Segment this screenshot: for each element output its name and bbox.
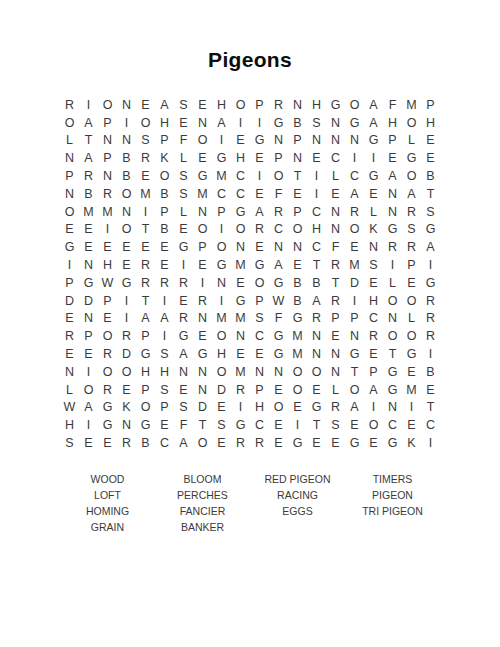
grid-cell[interactable]: N bbox=[98, 167, 117, 185]
grid-cell[interactable]: L bbox=[402, 310, 421, 328]
grid-cell[interactable]: N bbox=[193, 114, 212, 132]
grid-cell[interactable]: R bbox=[269, 96, 288, 114]
grid-cell[interactable]: N bbox=[269, 363, 288, 381]
grid-cell[interactable]: E bbox=[79, 345, 98, 363]
grid-cell[interactable]: N bbox=[193, 381, 212, 399]
grid-cell[interactable]: N bbox=[117, 416, 136, 434]
grid-cell[interactable]: O bbox=[155, 167, 174, 185]
grid-cell[interactable]: E bbox=[383, 149, 402, 167]
grid-cell[interactable]: R bbox=[117, 327, 136, 345]
grid-cell[interactable]: O bbox=[193, 221, 212, 239]
grid-cell[interactable]: B bbox=[155, 221, 174, 239]
grid-cell[interactable]: B bbox=[288, 274, 307, 292]
grid-cell[interactable]: I bbox=[174, 256, 193, 274]
grid-cell[interactable]: C bbox=[212, 185, 231, 203]
grid-cell[interactable]: P bbox=[288, 132, 307, 150]
grid-cell[interactable]: P bbox=[326, 310, 345, 328]
grid-cell[interactable]: P bbox=[383, 132, 402, 150]
grid-cell[interactable]: I bbox=[231, 399, 250, 417]
grid-cell[interactable]: C bbox=[307, 203, 326, 221]
grid-cell[interactable]: E bbox=[326, 327, 345, 345]
grid-cell[interactable]: E bbox=[307, 434, 326, 452]
grid-cell[interactable]: E bbox=[269, 381, 288, 399]
grid-cell[interactable]: E bbox=[136, 96, 155, 114]
grid-cell[interactable]: I bbox=[136, 203, 155, 221]
grid-cell[interactable]: E bbox=[288, 185, 307, 203]
grid-cell[interactable]: M bbox=[193, 185, 212, 203]
grid-cell[interactable]: B bbox=[117, 149, 136, 167]
grid-cell[interactable]: R bbox=[402, 203, 421, 221]
grid-cell[interactable]: H bbox=[136, 363, 155, 381]
grid-cell[interactable]: C bbox=[326, 149, 345, 167]
grid-cell[interactable]: O bbox=[212, 327, 231, 345]
grid-cell[interactable]: L bbox=[383, 274, 402, 292]
grid-cell[interactable]: N bbox=[269, 238, 288, 256]
grid-cell[interactable]: E bbox=[269, 434, 288, 452]
grid-cell[interactable]: T bbox=[288, 167, 307, 185]
grid-cell[interactable]: O bbox=[345, 221, 364, 239]
grid-cell[interactable]: L bbox=[326, 167, 345, 185]
grid-cell[interactable]: B bbox=[307, 274, 326, 292]
grid-cell[interactable]: T bbox=[307, 416, 326, 434]
grid-cell[interactable]: S bbox=[307, 114, 326, 132]
grid-cell[interactable]: I bbox=[212, 292, 231, 310]
grid-cell[interactable]: A bbox=[364, 114, 383, 132]
grid-cell[interactable]: N bbox=[193, 203, 212, 221]
grid-cell[interactable]: E bbox=[155, 416, 174, 434]
grid-cell[interactable]: L bbox=[402, 132, 421, 150]
grid-cell[interactable]: E bbox=[421, 132, 440, 150]
grid-cell[interactable]: P bbox=[155, 399, 174, 417]
grid-cell[interactable]: C bbox=[364, 310, 383, 328]
grid-cell[interactable]: E bbox=[60, 221, 79, 239]
grid-cell[interactable]: N bbox=[60, 363, 79, 381]
grid-cell[interactable]: O bbox=[402, 292, 421, 310]
grid-cell[interactable]: S bbox=[60, 434, 79, 452]
grid-cell[interactable]: L bbox=[364, 203, 383, 221]
grid-cell[interactable]: P bbox=[288, 203, 307, 221]
grid-cell[interactable]: B bbox=[288, 114, 307, 132]
grid-cell[interactable]: E bbox=[79, 221, 98, 239]
grid-cell[interactable]: W bbox=[98, 274, 117, 292]
grid-cell[interactable]: F bbox=[174, 132, 193, 150]
grid-cell[interactable]: G bbox=[326, 96, 345, 114]
grid-cell[interactable]: N bbox=[98, 132, 117, 150]
grid-cell[interactable]: G bbox=[117, 274, 136, 292]
grid-cell[interactable]: T bbox=[136, 292, 155, 310]
grid-cell[interactable]: O bbox=[288, 381, 307, 399]
grid-cell[interactable]: O bbox=[117, 185, 136, 203]
grid-cell[interactable]: S bbox=[421, 203, 440, 221]
grid-cell[interactable]: T bbox=[383, 345, 402, 363]
grid-cell[interactable]: E bbox=[250, 149, 269, 167]
grid-cell[interactable]: E bbox=[364, 185, 383, 203]
grid-cell[interactable]: I bbox=[250, 114, 269, 132]
grid-cell[interactable]: G bbox=[421, 274, 440, 292]
grid-cell[interactable]: C bbox=[307, 238, 326, 256]
grid-cell[interactable]: N bbox=[117, 96, 136, 114]
grid-cell[interactable]: G bbox=[193, 345, 212, 363]
grid-cell[interactable]: E bbox=[250, 185, 269, 203]
grid-cell[interactable]: I bbox=[364, 399, 383, 417]
grid-cell[interactable]: H bbox=[250, 399, 269, 417]
grid-cell[interactable]: R bbox=[98, 185, 117, 203]
grid-cell[interactable]: E bbox=[174, 221, 193, 239]
grid-cell[interactable]: G bbox=[98, 416, 117, 434]
grid-cell[interactable]: P bbox=[98, 149, 117, 167]
grid-cell[interactable]: N bbox=[383, 399, 402, 417]
grid-cell[interactable]: G bbox=[345, 434, 364, 452]
grid-cell[interactable]: I bbox=[79, 96, 98, 114]
grid-cell[interactable]: E bbox=[174, 292, 193, 310]
grid-cell[interactable]: N bbox=[231, 238, 250, 256]
grid-cell[interactable]: H bbox=[98, 256, 117, 274]
grid-cell[interactable]: R bbox=[345, 203, 364, 221]
grid-cell[interactable]: E bbox=[250, 345, 269, 363]
grid-cell[interactable]: E bbox=[307, 381, 326, 399]
grid-cell[interactable]: O bbox=[402, 167, 421, 185]
grid-cell[interactable]: I bbox=[193, 274, 212, 292]
grid-cell[interactable]: R bbox=[307, 310, 326, 328]
grid-cell[interactable]: M bbox=[402, 381, 421, 399]
grid-cell[interactable]: A bbox=[269, 256, 288, 274]
grid-cell[interactable]: G bbox=[402, 149, 421, 167]
grid-cell[interactable]: C bbox=[155, 434, 174, 452]
grid-cell[interactable]: E bbox=[402, 274, 421, 292]
grid-cell[interactable]: O bbox=[136, 399, 155, 417]
grid-cell[interactable]: C bbox=[345, 167, 364, 185]
grid-cell[interactable]: G bbox=[60, 238, 79, 256]
grid-cell[interactable]: D bbox=[345, 274, 364, 292]
grid-cell[interactable]: T bbox=[421, 185, 440, 203]
grid-cell[interactable]: I bbox=[402, 399, 421, 417]
grid-cell[interactable]: G bbox=[231, 416, 250, 434]
grid-cell[interactable]: O bbox=[79, 381, 98, 399]
grid-cell[interactable]: G bbox=[345, 114, 364, 132]
grid-cell[interactable]: S bbox=[174, 167, 193, 185]
grid-cell[interactable]: L bbox=[60, 381, 79, 399]
grid-cell[interactable]: E bbox=[174, 114, 193, 132]
grid-cell[interactable]: R bbox=[79, 167, 98, 185]
grid-cell[interactable]: R bbox=[155, 274, 174, 292]
grid-cell[interactable]: N bbox=[307, 345, 326, 363]
grid-cell[interactable]: N bbox=[383, 185, 402, 203]
grid-cell[interactable]: E bbox=[402, 416, 421, 434]
grid-cell[interactable]: E bbox=[193, 327, 212, 345]
grid-cell[interactable]: T bbox=[79, 132, 98, 150]
grid-cell[interactable]: A bbox=[136, 310, 155, 328]
grid-cell[interactable]: G bbox=[231, 203, 250, 221]
grid-cell[interactable]: P bbox=[269, 149, 288, 167]
grid-cell[interactable]: G bbox=[364, 132, 383, 150]
grid-cell[interactable]: N bbox=[326, 345, 345, 363]
grid-cell[interactable]: A bbox=[174, 345, 193, 363]
grid-cell[interactable]: G bbox=[269, 327, 288, 345]
grid-cell[interactable]: E bbox=[402, 363, 421, 381]
grid-cell[interactable]: N bbox=[345, 327, 364, 345]
grid-cell[interactable]: E bbox=[98, 310, 117, 328]
grid-cell[interactable]: R bbox=[326, 399, 345, 417]
grid-cell[interactable]: I bbox=[79, 363, 98, 381]
grid-cell[interactable]: A bbox=[250, 203, 269, 221]
grid-cell[interactable]: A bbox=[212, 114, 231, 132]
grid-cell[interactable]: N bbox=[345, 132, 364, 150]
grid-cell[interactable]: A bbox=[345, 399, 364, 417]
grid-cell[interactable]: N bbox=[231, 327, 250, 345]
grid-cell[interactable]: P bbox=[421, 96, 440, 114]
grid-cell[interactable]: I bbox=[212, 221, 231, 239]
grid-cell[interactable]: E bbox=[193, 149, 212, 167]
grid-cell[interactable]: O bbox=[364, 416, 383, 434]
grid-cell[interactable]: O bbox=[402, 114, 421, 132]
grid-cell[interactable]: E bbox=[364, 434, 383, 452]
grid-cell[interactable]: H bbox=[212, 345, 231, 363]
grid-cell[interactable]: N bbox=[117, 203, 136, 221]
grid-cell[interactable]: C bbox=[250, 327, 269, 345]
grid-cell[interactable]: R bbox=[60, 327, 79, 345]
grid-cell[interactable]: E bbox=[269, 416, 288, 434]
grid-cell[interactable]: M bbox=[212, 167, 231, 185]
grid-cell[interactable]: C bbox=[269, 221, 288, 239]
grid-cell[interactable]: H bbox=[231, 149, 250, 167]
grid-cell[interactable]: E bbox=[288, 399, 307, 417]
grid-cell[interactable]: N bbox=[364, 238, 383, 256]
grid-cell[interactable]: I bbox=[421, 434, 440, 452]
grid-cell[interactable]: G bbox=[383, 221, 402, 239]
grid-cell[interactable]: F bbox=[269, 185, 288, 203]
grid-cell[interactable]: E bbox=[79, 434, 98, 452]
grid-cell[interactable]: A bbox=[421, 238, 440, 256]
grid-cell[interactable]: C bbox=[421, 416, 440, 434]
grid-cell[interactable]: A bbox=[79, 149, 98, 167]
grid-cell[interactable]: O bbox=[60, 203, 79, 221]
grid-cell[interactable]: G bbox=[307, 399, 326, 417]
grid-cell[interactable]: N bbox=[326, 132, 345, 150]
grid-cell[interactable]: O bbox=[383, 292, 402, 310]
grid-cell[interactable]: E bbox=[136, 238, 155, 256]
grid-cell[interactable]: R bbox=[326, 292, 345, 310]
grid-cell[interactable]: G bbox=[269, 345, 288, 363]
grid-cell[interactable]: F bbox=[326, 238, 345, 256]
grid-cell[interactable]: N bbox=[60, 149, 79, 167]
grid-cell[interactable]: M bbox=[402, 96, 421, 114]
grid-cell[interactable]: N bbox=[212, 274, 231, 292]
grid-cell[interactable]: C bbox=[250, 416, 269, 434]
grid-cell[interactable]: M bbox=[345, 256, 364, 274]
grid-cell[interactable]: K bbox=[155, 149, 174, 167]
grid-cell[interactable]: I bbox=[307, 167, 326, 185]
grid-cell[interactable]: G bbox=[136, 345, 155, 363]
grid-cell[interactable]: G bbox=[345, 345, 364, 363]
grid-cell[interactable]: E bbox=[174, 381, 193, 399]
grid-cell[interactable]: H bbox=[307, 221, 326, 239]
grid-cell[interactable]: E bbox=[364, 345, 383, 363]
grid-cell[interactable]: N bbox=[288, 96, 307, 114]
grid-cell[interactable]: G bbox=[269, 274, 288, 292]
grid-cell[interactable]: E bbox=[421, 149, 440, 167]
grid-cell[interactable]: L bbox=[174, 203, 193, 221]
grid-cell[interactable]: G bbox=[288, 310, 307, 328]
grid-cell[interactable]: G bbox=[174, 238, 193, 256]
grid-cell[interactable]: L bbox=[174, 149, 193, 167]
grid-cell[interactable]: G bbox=[174, 327, 193, 345]
grid-cell[interactable]: R bbox=[98, 345, 117, 363]
grid-cell[interactable]: P bbox=[60, 167, 79, 185]
grid-cell[interactable]: O bbox=[117, 363, 136, 381]
grid-cell[interactable]: G bbox=[383, 434, 402, 452]
grid-cell[interactable]: A bbox=[174, 434, 193, 452]
grid-cell[interactable]: R bbox=[117, 434, 136, 452]
grid-cell[interactable]: O bbox=[288, 221, 307, 239]
grid-cell[interactable]: I bbox=[79, 416, 98, 434]
grid-cell[interactable]: N bbox=[326, 363, 345, 381]
grid-cell[interactable]: L bbox=[326, 381, 345, 399]
grid-cell[interactable]: E bbox=[231, 132, 250, 150]
grid-cell[interactable]: N bbox=[174, 363, 193, 381]
grid-cell[interactable]: R bbox=[421, 292, 440, 310]
grid-cell[interactable]: H bbox=[364, 292, 383, 310]
grid-cell[interactable]: A bbox=[79, 114, 98, 132]
grid-cell[interactable]: I bbox=[117, 292, 136, 310]
grid-cell[interactable]: G bbox=[364, 167, 383, 185]
grid-cell[interactable]: O bbox=[193, 434, 212, 452]
grid-cell[interactable]: S bbox=[402, 221, 421, 239]
grid-cell[interactable]: H bbox=[155, 363, 174, 381]
grid-cell[interactable]: S bbox=[174, 96, 193, 114]
grid-cell[interactable]: G bbox=[212, 256, 231, 274]
grid-cell[interactable]: I bbox=[250, 167, 269, 185]
grid-cell[interactable]: R bbox=[60, 96, 79, 114]
grid-cell[interactable]: P bbox=[193, 238, 212, 256]
grid-cell[interactable]: G bbox=[136, 416, 155, 434]
grid-cell[interactable]: I bbox=[60, 256, 79, 274]
grid-cell[interactable]: O bbox=[383, 327, 402, 345]
grid-cell[interactable]: I bbox=[212, 132, 231, 150]
grid-cell[interactable]: O bbox=[402, 327, 421, 345]
grid-cell[interactable]: E bbox=[421, 381, 440, 399]
grid-cell[interactable]: O bbox=[212, 238, 231, 256]
grid-cell[interactable]: H bbox=[307, 96, 326, 114]
grid-cell[interactable]: N bbox=[79, 310, 98, 328]
grid-cell[interactable]: P bbox=[136, 381, 155, 399]
grid-cell[interactable]: M bbox=[79, 203, 98, 221]
grid-cell[interactable]: N bbox=[193, 363, 212, 381]
grid-cell[interactable]: R bbox=[383, 238, 402, 256]
grid-cell[interactable]: I bbox=[421, 256, 440, 274]
grid-cell[interactable]: N bbox=[193, 310, 212, 328]
grid-cell[interactable]: E bbox=[193, 96, 212, 114]
grid-cell[interactable]: M bbox=[288, 327, 307, 345]
grid-cell[interactable]: N bbox=[60, 185, 79, 203]
grid-cell[interactable]: N bbox=[326, 114, 345, 132]
grid-cell[interactable]: A bbox=[364, 381, 383, 399]
grid-cell[interactable]: M bbox=[212, 310, 231, 328]
grid-cell[interactable]: N bbox=[269, 132, 288, 150]
grid-cell[interactable]: S bbox=[212, 416, 231, 434]
grid-cell[interactable]: R bbox=[174, 310, 193, 328]
grid-cell[interactable]: D bbox=[60, 292, 79, 310]
grid-cell[interactable]: T bbox=[326, 274, 345, 292]
grid-cell[interactable]: O bbox=[269, 399, 288, 417]
grid-cell[interactable]: N bbox=[326, 221, 345, 239]
grid-cell[interactable]: H bbox=[60, 416, 79, 434]
grid-cell[interactable]: K bbox=[117, 399, 136, 417]
grid-cell[interactable]: E bbox=[212, 434, 231, 452]
grid-cell[interactable]: T bbox=[307, 256, 326, 274]
grid-cell[interactable]: E bbox=[288, 256, 307, 274]
grid-cell[interactable]: N bbox=[288, 238, 307, 256]
grid-cell[interactable]: I bbox=[345, 149, 364, 167]
grid-cell[interactable]: H bbox=[421, 114, 440, 132]
grid-cell[interactable]: P bbox=[250, 381, 269, 399]
grid-cell[interactable]: P bbox=[98, 114, 117, 132]
grid-cell[interactable]: E bbox=[326, 434, 345, 452]
grid-cell[interactable]: E bbox=[155, 238, 174, 256]
grid-cell[interactable]: P bbox=[98, 292, 117, 310]
grid-cell[interactable]: P bbox=[79, 327, 98, 345]
grid-cell[interactable]: N bbox=[307, 327, 326, 345]
grid-cell[interactable]: P bbox=[402, 256, 421, 274]
grid-cell[interactable]: S bbox=[250, 310, 269, 328]
grid-cell[interactable]: I bbox=[288, 416, 307, 434]
grid-cell[interactable]: E bbox=[117, 256, 136, 274]
grid-cell[interactable]: O bbox=[288, 363, 307, 381]
grid-cell[interactable]: F bbox=[174, 416, 193, 434]
grid-cell[interactable]: W bbox=[60, 399, 79, 417]
grid-cell[interactable]: B bbox=[117, 167, 136, 185]
grid-cell[interactable]: L bbox=[60, 132, 79, 150]
grid-cell[interactable]: P bbox=[155, 203, 174, 221]
grid-cell[interactable]: F bbox=[383, 96, 402, 114]
grid-cell[interactable]: D bbox=[212, 381, 231, 399]
grid-cell[interactable]: E bbox=[117, 381, 136, 399]
grid-cell[interactable]: C bbox=[231, 167, 250, 185]
grid-cell[interactable]: D bbox=[79, 292, 98, 310]
grid-cell[interactable]: N bbox=[117, 132, 136, 150]
grid-cell[interactable]: G bbox=[212, 149, 231, 167]
grid-cell[interactable]: R bbox=[231, 434, 250, 452]
grid-cell[interactable]: C bbox=[231, 185, 250, 203]
grid-cell[interactable]: I bbox=[383, 256, 402, 274]
grid-cell[interactable]: H bbox=[212, 96, 231, 114]
grid-cell[interactable]: N bbox=[79, 256, 98, 274]
grid-cell[interactable]: O bbox=[269, 167, 288, 185]
grid-cell[interactable]: B bbox=[288, 292, 307, 310]
grid-cell[interactable]: O bbox=[307, 363, 326, 381]
grid-cell[interactable]: G bbox=[402, 345, 421, 363]
grid-cell[interactable]: S bbox=[155, 381, 174, 399]
grid-cell[interactable]: O bbox=[98, 363, 117, 381]
grid-cell[interactable]: A bbox=[345, 185, 364, 203]
grid-cell[interactable]: N bbox=[250, 363, 269, 381]
grid-cell[interactable]: R bbox=[402, 238, 421, 256]
grid-cell[interactable]: B bbox=[155, 185, 174, 203]
grid-cell[interactable]: R bbox=[193, 292, 212, 310]
grid-cell[interactable]: P bbox=[212, 203, 231, 221]
grid-cell[interactable]: O bbox=[231, 221, 250, 239]
grid-cell[interactable]: E bbox=[60, 310, 79, 328]
grid-cell[interactable]: E bbox=[98, 434, 117, 452]
grid-cell[interactable]: I bbox=[364, 149, 383, 167]
grid-cell[interactable]: E bbox=[193, 256, 212, 274]
grid-cell[interactable]: P bbox=[364, 363, 383, 381]
grid-cell[interactable]: F bbox=[269, 310, 288, 328]
grid-cell[interactable]: R bbox=[421, 310, 440, 328]
grid-cell[interactable]: R bbox=[421, 327, 440, 345]
grid-cell[interactable]: O bbox=[193, 132, 212, 150]
grid-cell[interactable]: O bbox=[60, 114, 79, 132]
grid-cell[interactable]: G bbox=[383, 363, 402, 381]
